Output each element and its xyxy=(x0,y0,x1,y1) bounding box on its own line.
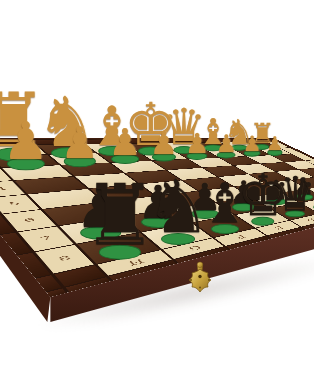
piece-white-pawn-f2[interactable]: ♟ xyxy=(108,124,141,161)
piece-white-pawn-b2[interactable]: ♟ xyxy=(242,133,261,154)
brass-clasp-icon xyxy=(181,261,219,299)
piece-white-pawn-h2[interactable]: ♟ xyxy=(2,115,49,167)
piece-black-rook-h8[interactable]: ♜ xyxy=(82,173,157,257)
piece-white-pawn-e2[interactable]: ♟ xyxy=(149,128,178,160)
pieces-layer: ♜♞♝♛♚♝♞♜♟♟♟♟♟♟♟♟♟♟♟♟♟♟♟♟♜♞♝♛♚♝♞♜ xyxy=(0,0,314,369)
piece-white-pawn-a2[interactable]: ♟ xyxy=(266,135,283,154)
piece-white-pawn-c2[interactable]: ♟ xyxy=(215,132,237,156)
piece-white-pawn-g2[interactable]: ♟ xyxy=(60,120,99,164)
chess-set-photo: 12345678HGFEDCBA ♜♞♝♛♚♝♞♜♟♟♟♟♟♟♟♟♟♟♟♟♟♟♟… xyxy=(0,0,314,369)
piece-white-pawn-d2[interactable]: ♟ xyxy=(185,130,210,158)
